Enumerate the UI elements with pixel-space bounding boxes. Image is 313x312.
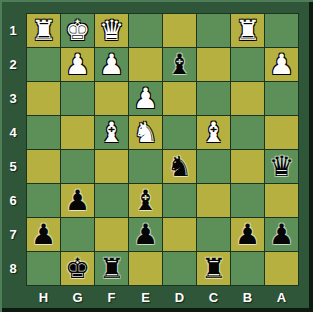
- square-e7[interactable]: ♟: [129, 218, 162, 251]
- square-h1[interactable]: ♜: [27, 14, 60, 47]
- square-f7[interactable]: [95, 218, 128, 251]
- square-b3[interactable]: [231, 82, 264, 115]
- square-h5[interactable]: [27, 150, 60, 183]
- white-king[interactable]: ♚: [65, 14, 90, 47]
- square-c7[interactable]: [197, 218, 230, 251]
- square-c6[interactable]: [197, 184, 230, 217]
- rank-label-3: 3: [2, 82, 24, 115]
- square-a5[interactable]: ♛: [265, 150, 298, 183]
- black-pawn[interactable]: ♟: [269, 218, 294, 251]
- square-a1[interactable]: [265, 14, 298, 47]
- file-label-c: C: [197, 289, 230, 306]
- white-pawn[interactable]: ♟: [269, 48, 294, 81]
- square-b7[interactable]: ♟: [231, 218, 264, 251]
- square-d5[interactable]: ♞: [163, 150, 196, 183]
- chess-board-frame: 12345678 ♜♚♛♜♟♟♝♟♟♝♞♝♞♛♟♝♟♟♟♟♚♜♜ HGFEDCB…: [0, 0, 313, 312]
- rank-label-1: 1: [2, 14, 24, 47]
- square-c1[interactable]: [197, 14, 230, 47]
- white-pawn[interactable]: ♟: [65, 48, 90, 81]
- square-f4[interactable]: ♝: [95, 116, 128, 149]
- square-b8[interactable]: [231, 252, 264, 285]
- rank-label-7: 7: [2, 218, 24, 251]
- square-f2[interactable]: ♟: [95, 48, 128, 81]
- chess-board: ♜♚♛♜♟♟♝♟♟♝♞♝♞♛♟♝♟♟♟♟♚♜♜: [26, 13, 299, 286]
- square-b6[interactable]: [231, 184, 264, 217]
- file-label-e: E: [129, 289, 162, 306]
- black-king[interactable]: ♚: [65, 252, 90, 285]
- white-knight[interactable]: ♞: [133, 116, 158, 149]
- square-a7[interactable]: ♟: [265, 218, 298, 251]
- square-e8[interactable]: [129, 252, 162, 285]
- square-g3[interactable]: [61, 82, 94, 115]
- white-bishop[interactable]: ♝: [99, 116, 124, 149]
- square-f6[interactable]: [95, 184, 128, 217]
- rank-label-6: 6: [2, 184, 24, 217]
- square-c3[interactable]: [197, 82, 230, 115]
- white-pawn[interactable]: ♟: [99, 48, 124, 81]
- square-g4[interactable]: [61, 116, 94, 149]
- square-h3[interactable]: [27, 82, 60, 115]
- square-c8[interactable]: ♜: [197, 252, 230, 285]
- square-e2[interactable]: [129, 48, 162, 81]
- square-d4[interactable]: [163, 116, 196, 149]
- square-g1[interactable]: ♚: [61, 14, 94, 47]
- square-f3[interactable]: [95, 82, 128, 115]
- square-b5[interactable]: [231, 150, 264, 183]
- white-bishop[interactable]: ♝: [201, 116, 226, 149]
- square-b1[interactable]: ♜: [231, 14, 264, 47]
- square-h7[interactable]: ♟: [27, 218, 60, 251]
- white-queen[interactable]: ♛: [99, 14, 124, 47]
- black-rook[interactable]: ♜: [201, 252, 226, 285]
- black-pawn[interactable]: ♟: [31, 218, 56, 251]
- square-e5[interactable]: [129, 150, 162, 183]
- square-e1[interactable]: [129, 14, 162, 47]
- square-f1[interactable]: ♛: [95, 14, 128, 47]
- square-g2[interactable]: ♟: [61, 48, 94, 81]
- square-e4[interactable]: ♞: [129, 116, 162, 149]
- square-d1[interactable]: [163, 14, 196, 47]
- square-c5[interactable]: [197, 150, 230, 183]
- black-pawn[interactable]: ♟: [133, 218, 158, 251]
- square-h4[interactable]: [27, 116, 60, 149]
- square-h6[interactable]: [27, 184, 60, 217]
- square-g5[interactable]: [61, 150, 94, 183]
- square-f8[interactable]: ♜: [95, 252, 128, 285]
- square-g8[interactable]: ♚: [61, 252, 94, 285]
- white-pawn[interactable]: ♟: [133, 82, 158, 115]
- black-pawn[interactable]: ♟: [65, 184, 90, 217]
- square-e3[interactable]: ♟: [129, 82, 162, 115]
- black-knight[interactable]: ♞: [167, 150, 192, 183]
- white-rook[interactable]: ♜: [31, 14, 56, 47]
- black-pawn[interactable]: ♟: [235, 218, 260, 251]
- black-rook[interactable]: ♜: [99, 252, 124, 285]
- square-c2[interactable]: [197, 48, 230, 81]
- square-c4[interactable]: ♝: [197, 116, 230, 149]
- square-d2[interactable]: ♝: [163, 48, 196, 81]
- rank-label-4: 4: [2, 116, 24, 149]
- square-g6[interactable]: ♟: [61, 184, 94, 217]
- square-d6[interactable]: [163, 184, 196, 217]
- rank-label-5: 5: [2, 150, 24, 183]
- square-h8[interactable]: [27, 252, 60, 285]
- black-queen[interactable]: ♛: [269, 150, 294, 183]
- square-f5[interactable]: [95, 150, 128, 183]
- square-a6[interactable]: [265, 184, 298, 217]
- rank-label-2: 2: [2, 48, 24, 81]
- rank-label-8: 8: [2, 252, 24, 285]
- square-d8[interactable]: [163, 252, 196, 285]
- square-a3[interactable]: [265, 82, 298, 115]
- square-b4[interactable]: [231, 116, 264, 149]
- file-label-b: B: [231, 289, 264, 306]
- file-label-h: H: [27, 289, 60, 306]
- file-label-a: A: [265, 289, 298, 306]
- black-bishop[interactable]: ♝: [167, 48, 192, 81]
- square-g7[interactable]: [61, 218, 94, 251]
- file-label-g: G: [61, 289, 94, 306]
- black-bishop[interactable]: ♝: [133, 184, 158, 217]
- square-a2[interactable]: ♟: [265, 48, 298, 81]
- square-d3[interactable]: [163, 82, 196, 115]
- white-rook[interactable]: ♜: [235, 14, 260, 47]
- square-a8[interactable]: [265, 252, 298, 285]
- file-label-f: F: [95, 289, 128, 306]
- square-a4[interactable]: [265, 116, 298, 149]
- square-b2[interactable]: [231, 48, 264, 81]
- square-e6[interactable]: ♝: [129, 184, 162, 217]
- file-label-d: D: [163, 289, 196, 306]
- square-d7[interactable]: [163, 218, 196, 251]
- square-h2[interactable]: [27, 48, 60, 81]
